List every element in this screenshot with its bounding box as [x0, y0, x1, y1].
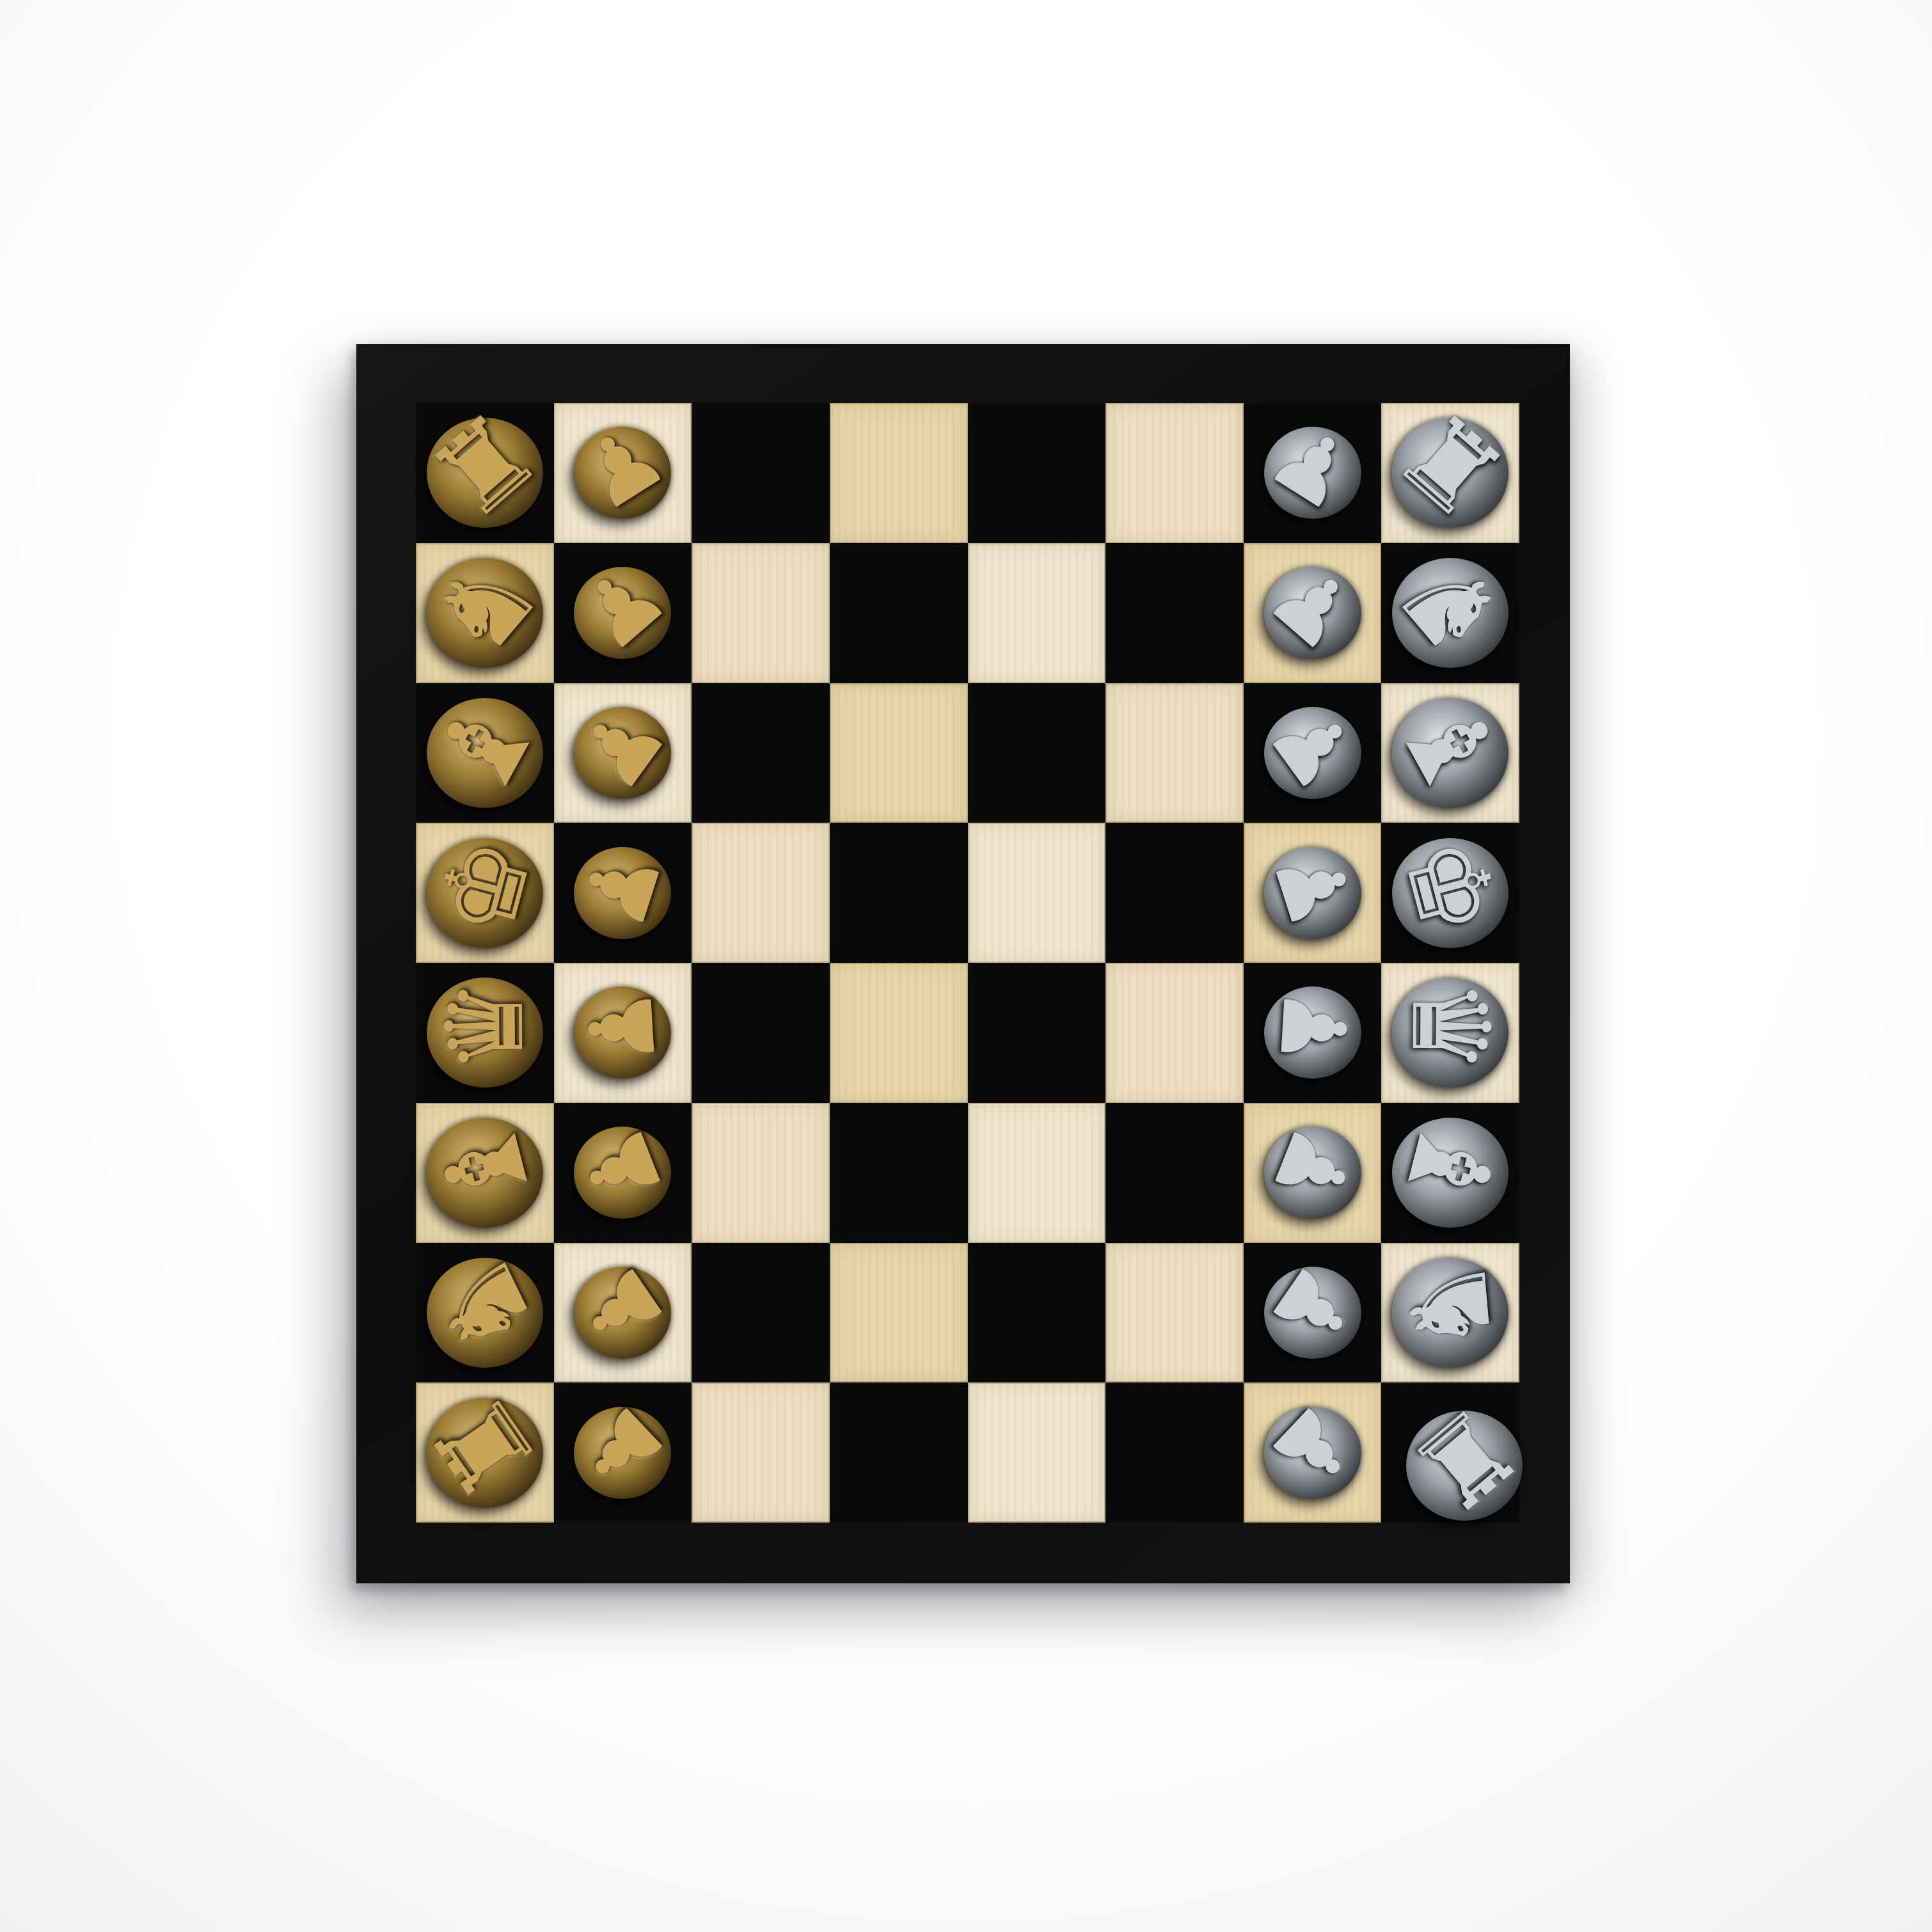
square-r3c4-light[interactable] — [830, 683, 968, 823]
gold-pawn[interactable]: ♟ — [554, 1103, 692, 1243]
silver-pawn-icon: ♟ — [1254, 1249, 1372, 1365]
chess-board: ♜♞♝♚♛♝♞♜♟♟♟♟♟♟♟♟♟♟♟♟♟♟♟♟♜♞♝♚♛♝♞♜ — [356, 344, 1570, 1583]
square-r1c5-dark[interactable] — [968, 403, 1106, 543]
silver-knight-icon: ♞ — [1378, 535, 1523, 678]
square-r3c6-light[interactable] — [1105, 683, 1244, 823]
gold-pawn[interactable]: ♟ — [554, 543, 692, 683]
gold-pawn-icon: ♟ — [569, 836, 677, 938]
gold-rook-icon: ♜ — [413, 394, 557, 539]
gold-knight-icon: ♞ — [415, 1239, 554, 1373]
gold-bishop[interactable]: ♝ — [416, 683, 554, 823]
silver-pawn[interactable]: ♟ — [1244, 403, 1382, 543]
silver-pawn-icon: ♟ — [1258, 836, 1366, 938]
square-r1c3-dark[interactable] — [692, 403, 830, 543]
square-r4c5-light[interactable] — [968, 823, 1106, 963]
gold-rook[interactable]: ♜ — [416, 1382, 554, 1523]
gold-knight[interactable]: ♞ — [416, 1243, 554, 1383]
gold-knight[interactable]: ♞ — [416, 543, 554, 683]
square-r2c3-light[interactable] — [692, 543, 830, 683]
gold-pawn-icon: ♟ — [564, 1249, 682, 1365]
silver-bishop[interactable]: ♝ — [1381, 1103, 1519, 1243]
silver-knight[interactable]: ♞ — [1381, 1243, 1519, 1383]
square-r4c4-dark[interactable] — [830, 823, 968, 963]
square-r3c5-dark[interactable] — [968, 683, 1106, 823]
silver-rook-icon: ♜ — [1393, 1387, 1536, 1532]
gold-pawn-icon: ♟ — [576, 985, 669, 1070]
silver-queen-icon: ♛ — [1397, 978, 1505, 1075]
silver-knight-icon: ♞ — [1393, 1253, 1508, 1359]
square-r2c4-dark[interactable] — [830, 543, 968, 683]
square-r5c5-dark[interactable] — [968, 963, 1106, 1103]
gold-pawn[interactable]: ♟ — [554, 823, 692, 963]
silver-king-icon: ♚ — [1386, 826, 1515, 947]
square-r5c6-light[interactable] — [1105, 963, 1244, 1103]
silver-pawn[interactable]: ♟ — [1244, 1243, 1382, 1383]
square-r8c5-light[interactable] — [968, 1382, 1106, 1523]
silver-pawn-icon: ♟ — [1253, 1388, 1372, 1507]
gold-bishop-icon: ♝ — [415, 678, 555, 814]
gold-rook-icon: ♜ — [413, 1376, 557, 1516]
gold-pawn[interactable]: ♟ — [554, 683, 692, 823]
gold-pawn-icon: ♟ — [567, 1114, 679, 1221]
gold-queen-icon: ♛ — [431, 978, 539, 1075]
gold-queen[interactable]: ♛ — [416, 963, 554, 1103]
silver-pawn[interactable]: ♟ — [1244, 1382, 1382, 1523]
square-r4c6-dark[interactable] — [1105, 823, 1244, 963]
square-r1c4-light[interactable] — [830, 403, 968, 543]
silver-pawn-icon: ♟ — [1266, 985, 1359, 1070]
square-r1c6-light[interactable] — [1105, 403, 1244, 543]
silver-knight[interactable]: ♞ — [1381, 543, 1519, 683]
square-r8c3-light[interactable] — [692, 1382, 830, 1523]
square-r7c5-dark[interactable] — [968, 1243, 1106, 1383]
gold-king-icon: ♚ — [420, 826, 549, 947]
square-r6c3-light[interactable] — [692, 1103, 830, 1243]
square-r6c6-dark[interactable] — [1105, 1103, 1244, 1243]
gold-pawn[interactable]: ♟ — [554, 403, 692, 543]
square-r7c6-light[interactable] — [1105, 1243, 1244, 1383]
silver-rook-icon: ♜ — [1379, 394, 1522, 539]
silver-bishop-icon: ♝ — [1380, 678, 1521, 814]
square-r5c3-dark[interactable] — [692, 963, 830, 1103]
square-r8c4-dark[interactable] — [830, 1382, 968, 1523]
gold-pawn-icon: ♟ — [566, 409, 679, 527]
square-r8c6-dark[interactable] — [1105, 1382, 1244, 1523]
gold-pawn-icon: ♟ — [564, 690, 681, 805]
silver-rook[interactable]: ♜ — [1395, 1395, 1533, 1535]
silver-pawn-icon: ♟ — [1255, 409, 1369, 527]
square-r7c3-dark[interactable] — [692, 1243, 830, 1383]
gold-pawn[interactable]: ♟ — [554, 963, 692, 1103]
silver-queen[interactable]: ♛ — [1381, 963, 1519, 1103]
silver-pawn[interactable]: ♟ — [1244, 683, 1382, 823]
gold-pawn[interactable]: ♟ — [554, 1243, 692, 1383]
gold-bishop[interactable]: ♝ — [416, 1103, 554, 1243]
gold-pawn-icon: ♟ — [564, 548, 681, 667]
silver-pawn[interactable]: ♟ — [1244, 963, 1382, 1103]
square-r7c4-light[interactable] — [830, 1243, 968, 1383]
silver-king[interactable]: ♚ — [1381, 823, 1519, 963]
silver-pawn-icon: ♟ — [1257, 1114, 1368, 1221]
square-r6c4-dark[interactable] — [830, 1103, 968, 1243]
gold-rook[interactable]: ♜ — [416, 403, 554, 543]
silver-pawn[interactable]: ♟ — [1244, 823, 1382, 963]
silver-pawn[interactable]: ♟ — [1244, 1103, 1382, 1243]
square-r6c5-light[interactable] — [968, 1103, 1106, 1243]
silver-pawn-icon: ♟ — [1254, 548, 1372, 667]
gold-king[interactable]: ♚ — [416, 823, 554, 963]
gold-pawn-icon: ♟ — [564, 1388, 682, 1507]
silver-pawn[interactable]: ♟ — [1244, 543, 1382, 683]
gold-knight-icon: ♞ — [413, 535, 557, 678]
square-r2c6-dark[interactable] — [1105, 543, 1244, 683]
square-r3c3-dark[interactable] — [692, 683, 830, 823]
photo-background: ♜♞♝♚♛♝♞♜♟♟♟♟♟♟♟♟♟♟♟♟♟♟♟♟♜♞♝♚♛♝♞♜ — [0, 0, 1932, 1932]
square-r2c5-light[interactable] — [968, 543, 1106, 683]
silver-rook[interactable]: ♜ — [1381, 403, 1519, 543]
gold-pawn[interactable]: ♟ — [554, 1382, 692, 1523]
gold-bishop-icon: ♝ — [421, 1106, 549, 1226]
square-r5c4-light[interactable] — [830, 963, 968, 1103]
square-r4c3-light[interactable] — [692, 823, 830, 963]
silver-pawn-icon: ♟ — [1253, 690, 1371, 805]
silver-bishop[interactable]: ♝ — [1381, 683, 1519, 823]
